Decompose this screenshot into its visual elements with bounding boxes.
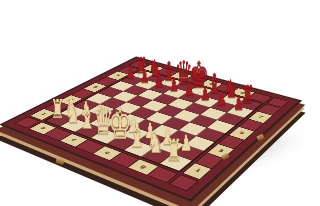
piece-red-pawn: ♟	[216, 90, 227, 108]
chess-set-photo: aceg aceg 7531 7531 ♜♞♝♛♚♝♞♜♟♟♟♟♟♟♟♟♟♟♟♟…	[0, 0, 320, 206]
piece-white-rook: ♜	[50, 97, 64, 121]
scene: aceg aceg 7531 7531 ♜♞♝♛♚♝♞♜♟♟♟♟♟♟♟♟♟♟♟♟…	[0, 0, 320, 206]
piece-white-knight: ♞	[146, 129, 163, 157]
piece-white-knight: ♞	[64, 101, 79, 127]
piece-red-pawn: ♟	[200, 86, 210, 104]
piece-red-pawn: ♟	[126, 65, 136, 81]
piece-red-pawn: ♟	[139, 69, 149, 86]
piece-red-pawn: ♟	[233, 95, 244, 113]
border-corner	[266, 97, 289, 107]
piece-red-pawn: ♟	[154, 73, 164, 90]
piece-white-bishop: ♝	[128, 120, 146, 151]
chess-board: aceg aceg 7531 7531 ♜♞♝♛♚♝♞♜♟♟♟♟♟♟♟♟♟♟♟♟…	[0, 57, 302, 202]
file-label-e: e	[93, 146, 121, 160]
piece-red-pawn: ♟	[168, 77, 178, 94]
piece-red-pawn: ♟	[184, 81, 194, 99]
piece-white-rook: ♜	[165, 137, 181, 165]
